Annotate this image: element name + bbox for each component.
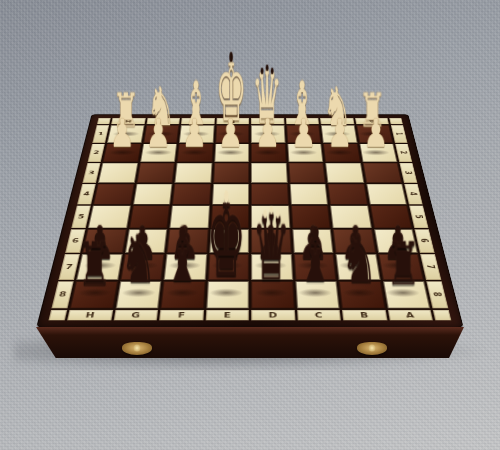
finial-light-balls [269, 207, 273, 215]
coordinate-text: F [195, 119, 201, 123]
coordinate-text: 1 [394, 132, 404, 135]
finial-dark-balls [265, 65, 268, 71]
coordinate-text: 3 [403, 171, 413, 174]
finial-dark-cross [230, 52, 234, 62]
board-front-face [36, 327, 464, 358]
black-rook-glyph: ♜ [375, 235, 432, 294]
pieces-layer: ♜♞♝♚♛♝♞♜♟♟♟♟♟♟♟♟♟♟♟♟♟♟♟♟♜♞♝♚♛♝♞♜ [48, 118, 451, 321]
coordinate-text: B [334, 119, 341, 123]
brass-clasp-left[interactable] [122, 342, 152, 355]
coordinate-text: 2 [399, 151, 409, 154]
coordinate-text: G [159, 119, 166, 123]
coordinate-text: H [125, 119, 133, 123]
coordinate-text: 4 [408, 192, 419, 195]
chess-board: HGFEDCBA1122334455667788HGFEDCBA ♜♞♝♚♛♝♞… [36, 114, 464, 328]
coordinate-text: D [264, 119, 271, 123]
brass-clasp-right[interactable] [357, 342, 387, 355]
coordinate-text: C [299, 119, 305, 123]
finial-light-cross [225, 191, 229, 204]
coordinate-text: A [368, 119, 375, 123]
coordinate-text: E [230, 119, 236, 123]
